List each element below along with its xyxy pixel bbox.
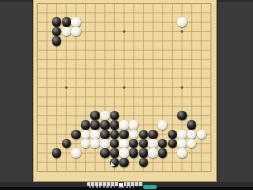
black-stone bbox=[110, 130, 119, 139]
black-stone bbox=[158, 148, 167, 157]
black-stone bbox=[110, 120, 119, 129]
black-stone bbox=[100, 148, 109, 157]
white-stone bbox=[100, 139, 109, 148]
white-stone bbox=[158, 120, 167, 129]
action-button[interactable] bbox=[143, 185, 157, 189]
white-stone bbox=[90, 139, 99, 148]
black-stone bbox=[148, 130, 157, 139]
black-stone bbox=[187, 120, 196, 129]
black-stone bbox=[71, 130, 80, 139]
black-stone bbox=[52, 36, 61, 45]
white-stone bbox=[119, 139, 128, 148]
black-stone bbox=[100, 130, 109, 139]
status-text bbox=[89, 186, 115, 188]
black-stone bbox=[168, 130, 177, 139]
black-stone bbox=[139, 130, 148, 139]
white-stone bbox=[119, 120, 128, 129]
white-stone bbox=[177, 139, 186, 148]
white-stone bbox=[129, 120, 138, 129]
white-stone bbox=[71, 148, 80, 157]
black-stone bbox=[90, 120, 99, 129]
black-stone bbox=[119, 158, 128, 167]
black-stone bbox=[52, 148, 61, 157]
black-stone bbox=[119, 130, 128, 139]
white-stone bbox=[81, 130, 90, 139]
go-board[interactable] bbox=[33, 0, 217, 182]
black-stone bbox=[52, 17, 61, 26]
white-stone bbox=[177, 130, 186, 139]
black-stone bbox=[110, 158, 119, 167]
white-stone bbox=[177, 17, 186, 26]
app-stage bbox=[0, 0, 253, 190]
status-text-secondary bbox=[119, 186, 134, 188]
white-stone bbox=[71, 27, 80, 36]
white-stone bbox=[90, 130, 99, 139]
black-stone bbox=[62, 17, 71, 26]
white-stone bbox=[119, 148, 128, 157]
white-stone bbox=[177, 148, 186, 157]
black-stone bbox=[100, 120, 109, 129]
black-stone bbox=[129, 148, 138, 157]
white-stone bbox=[148, 148, 157, 157]
black-stone bbox=[139, 158, 148, 167]
white-stone bbox=[197, 130, 206, 139]
white-stone bbox=[71, 17, 80, 26]
black-stone bbox=[139, 148, 148, 157]
black-stone bbox=[90, 111, 99, 120]
black-stone bbox=[177, 111, 186, 120]
black-stone bbox=[110, 148, 119, 157]
white-stone bbox=[100, 111, 109, 120]
black-stone bbox=[81, 120, 90, 129]
white-stone bbox=[62, 27, 71, 36]
white-stone bbox=[148, 139, 157, 148]
